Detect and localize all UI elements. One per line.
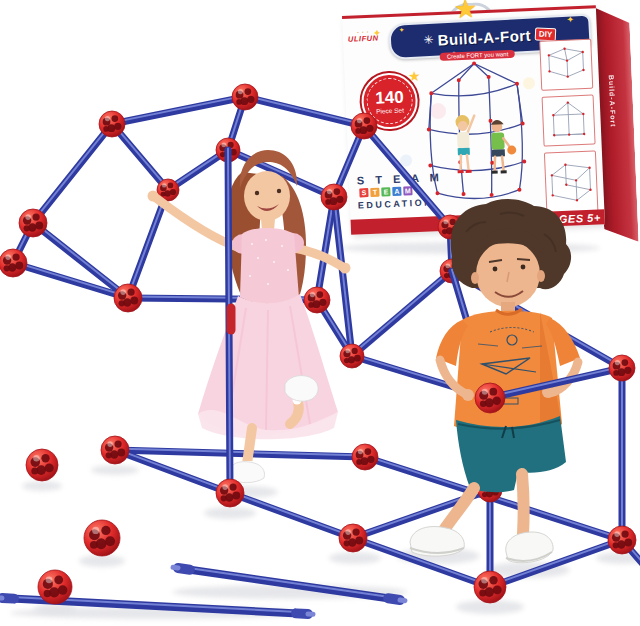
boy-left-leg bbox=[522, 474, 524, 534]
connector-ball bbox=[474, 571, 506, 603]
boy-eye bbox=[493, 267, 498, 272]
connector-ball bbox=[608, 526, 636, 554]
fort-rod bbox=[317, 196, 334, 300]
connector-ball bbox=[321, 184, 347, 210]
connector-ball bbox=[340, 344, 364, 368]
boy-eye bbox=[521, 265, 526, 270]
girl-raised-shoe bbox=[285, 376, 318, 402]
fort-rod bbox=[115, 449, 365, 457]
connector-ball bbox=[84, 520, 120, 556]
shadow bbox=[22, 481, 62, 491]
connector-ball bbox=[101, 436, 129, 464]
boy-left-shoe bbox=[506, 532, 553, 563]
girl-dress-bodice bbox=[240, 228, 299, 304]
fort-scene bbox=[0, 0, 640, 626]
girl-eye bbox=[277, 189, 281, 193]
connector-ball bbox=[351, 113, 377, 139]
connector-ball bbox=[38, 570, 72, 604]
girl-face bbox=[244, 171, 290, 221]
boy-right-leg bbox=[444, 488, 474, 530]
shadow bbox=[91, 465, 139, 475]
product-photo: ★ Build-A-Fort ULIFUN ✦ ✳ Build-A-Fort D… bbox=[0, 0, 640, 626]
boy-left-hand bbox=[462, 389, 474, 401]
shadow bbox=[204, 507, 256, 519]
connector-ball bbox=[609, 355, 635, 381]
fort-rod bbox=[112, 96, 245, 124]
connector-ball bbox=[216, 479, 244, 507]
connector-ball bbox=[19, 209, 47, 237]
fort-rod bbox=[13, 262, 128, 298]
fort-rod bbox=[352, 270, 452, 356]
girl-standing-shoe bbox=[231, 462, 265, 483]
fort-rod bbox=[245, 96, 364, 126]
connector-ball bbox=[352, 444, 378, 470]
connector-ball bbox=[232, 84, 258, 110]
girl-standing-leg bbox=[247, 428, 252, 464]
girl-figure bbox=[148, 150, 351, 483]
fort-rod bbox=[33, 123, 112, 223]
girl-right-hand bbox=[340, 263, 351, 274]
connector-ball bbox=[339, 524, 367, 552]
boy-ear bbox=[537, 270, 545, 282]
boy-ear bbox=[471, 272, 479, 284]
connector-ball bbox=[114, 284, 142, 312]
fort-rod bbox=[364, 125, 450, 227]
connector-ball bbox=[99, 111, 125, 137]
connector-ball bbox=[26, 449, 58, 481]
connector-ball bbox=[0, 249, 27, 277]
girl-eye bbox=[255, 191, 259, 195]
shadow bbox=[329, 552, 381, 564]
connector-ball bbox=[475, 383, 505, 413]
shadow bbox=[79, 555, 125, 567]
connector-ball bbox=[304, 287, 330, 313]
girl-left-hand bbox=[148, 191, 159, 202]
boy-right-shoe bbox=[410, 527, 464, 557]
